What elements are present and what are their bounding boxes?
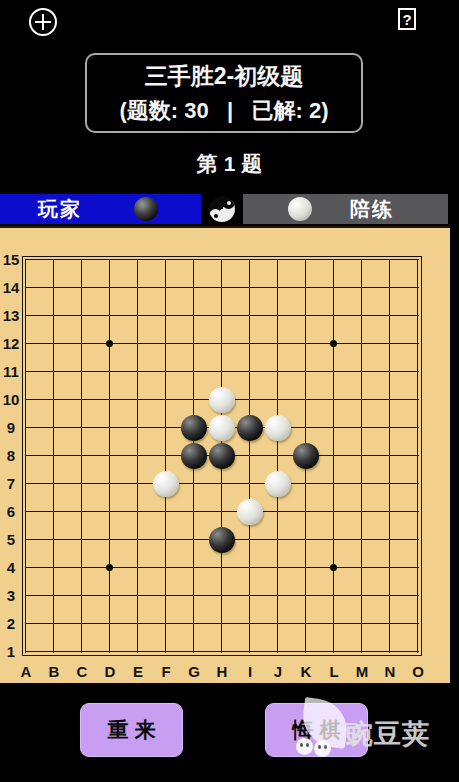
row-label-6: 6: [0, 498, 22, 526]
board-cell-B2[interactable]: [40, 610, 68, 638]
gomoku-board[interactable]: [12, 246, 432, 666]
board-cell-D8[interactable]: [96, 442, 124, 470]
board-cell-D5[interactable]: [96, 526, 124, 554]
board-cell-G3[interactable]: [180, 582, 208, 610]
help-icon[interactable]: ?: [398, 8, 416, 30]
board-cell-M15[interactable]: [348, 246, 376, 274]
board-cell-O15[interactable]: [404, 246, 432, 274]
board-cell-I6[interactable]: [236, 498, 264, 526]
board-cell-L14[interactable]: [320, 274, 348, 302]
white-stone[interactable]: [237, 499, 263, 525]
board-cell-J10[interactable]: [264, 386, 292, 414]
star-point: [106, 340, 113, 347]
board-cell-N15[interactable]: [376, 246, 404, 274]
board-cell-G11[interactable]: [180, 358, 208, 386]
board-cell-O9[interactable]: [404, 414, 432, 442]
board-cell-D2[interactable]: [96, 610, 124, 638]
row-label-2: 2: [0, 610, 22, 638]
board-cell-I13[interactable]: [236, 302, 264, 330]
board-cell-J11[interactable]: [264, 358, 292, 386]
col-label-K: K: [292, 662, 320, 682]
puzzle-stats: (题数: 30 | 已解: 2): [119, 96, 328, 126]
row-label-5: 5: [0, 526, 22, 554]
col-label-L: L: [320, 662, 348, 682]
board-cell-L5[interactable]: [320, 526, 348, 554]
board-cell-J13[interactable]: [264, 302, 292, 330]
board-cell-E11[interactable]: [124, 358, 152, 386]
board-cell-K2[interactable]: [292, 610, 320, 638]
board-cell-I3[interactable]: [236, 582, 264, 610]
board-cell-F9[interactable]: [152, 414, 180, 442]
board-cell-G13[interactable]: [180, 302, 208, 330]
add-icon[interactable]: [29, 8, 57, 36]
puzzle-title-box: 三手胜2-初级题 (题数: 30 | 已解: 2): [85, 53, 363, 133]
board-cell-L13[interactable]: [320, 302, 348, 330]
board-cell-D3[interactable]: [96, 582, 124, 610]
player-bar: 玩家 陪练: [0, 194, 459, 224]
board-cell-L4[interactable]: [320, 554, 348, 582]
board-cell-B9[interactable]: [40, 414, 68, 442]
row-label-9: 9: [0, 414, 22, 442]
board-cell-J5[interactable]: [264, 526, 292, 554]
board-cell-D10[interactable]: [96, 386, 124, 414]
board-cell-F8[interactable]: [152, 442, 180, 470]
board-cell-K3[interactable]: [292, 582, 320, 610]
board-cell-F4[interactable]: [152, 554, 180, 582]
board-cell-H3[interactable]: [208, 582, 236, 610]
board-cell-F13[interactable]: [152, 302, 180, 330]
board-cell-C11[interactable]: [68, 358, 96, 386]
board-cell-E7[interactable]: [124, 470, 152, 498]
board-cell-J2[interactable]: [264, 610, 292, 638]
col-label-E: E: [124, 662, 152, 682]
board-cell-F5[interactable]: [152, 526, 180, 554]
board-cell-E14[interactable]: [124, 274, 152, 302]
board-cell-E15[interactable]: [124, 246, 152, 274]
board-cell-H7[interactable]: [208, 470, 236, 498]
board-cell-N6[interactable]: [376, 498, 404, 526]
board-cell-O6[interactable]: [404, 498, 432, 526]
board-cell-C4[interactable]: [68, 554, 96, 582]
black-stone[interactable]: [181, 443, 207, 469]
board-cell-L3[interactable]: [320, 582, 348, 610]
board-cell-H13[interactable]: [208, 302, 236, 330]
board-cell-L9[interactable]: [320, 414, 348, 442]
board-cell-N11[interactable]: [376, 358, 404, 386]
board-cell-H4[interactable]: [208, 554, 236, 582]
board-cell-G10[interactable]: [180, 386, 208, 414]
board-cell-L2[interactable]: [320, 610, 348, 638]
board-cell-E6[interactable]: [124, 498, 152, 526]
board-cell-O4[interactable]: [404, 554, 432, 582]
board-cell-C7[interactable]: [68, 470, 96, 498]
board-cell-J15[interactable]: [264, 246, 292, 274]
row-label-4: 4: [0, 554, 22, 582]
board-cell-I12[interactable]: [236, 330, 264, 358]
board-cell-I8[interactable]: [236, 442, 264, 470]
board-cell-I15[interactable]: [236, 246, 264, 274]
board-cell-N14[interactable]: [376, 274, 404, 302]
row-label-11: 11: [0, 358, 22, 386]
board-cell-K14[interactable]: [292, 274, 320, 302]
col-label-C: C: [68, 662, 96, 682]
board-cell-J3[interactable]: [264, 582, 292, 610]
col-label-D: D: [96, 662, 124, 682]
board-cell-M4[interactable]: [348, 554, 376, 582]
col-label-G: G: [180, 662, 208, 682]
col-label-J: J: [264, 662, 292, 682]
board-cell-I14[interactable]: [236, 274, 264, 302]
row-label-8: 8: [0, 442, 22, 470]
board-cell-E2[interactable]: [124, 610, 152, 638]
board-cell-D7[interactable]: [96, 470, 124, 498]
col-label-H: H: [208, 662, 236, 682]
board-cell-F10[interactable]: [152, 386, 180, 414]
board-cell-K8[interactable]: [292, 442, 320, 470]
board-cell-F11[interactable]: [152, 358, 180, 386]
board-cell-G9[interactable]: [180, 414, 208, 442]
board-cell-F15[interactable]: [152, 246, 180, 274]
row-label-10: 10: [0, 386, 22, 414]
board-cell-J7[interactable]: [264, 470, 292, 498]
board-cell-C9[interactable]: [68, 414, 96, 442]
board-cell-C15[interactable]: [68, 246, 96, 274]
board-cell-N3[interactable]: [376, 582, 404, 610]
board-cell-D12[interactable]: [96, 330, 124, 358]
board-cell-K13[interactable]: [292, 302, 320, 330]
board-cell-H5[interactable]: [208, 526, 236, 554]
board-cell-H6[interactable]: [208, 498, 236, 526]
problem-number-label: 第 1 题: [0, 150, 459, 178]
col-label-M: M: [348, 662, 376, 682]
board-cell-C13[interactable]: [68, 302, 96, 330]
board-cell-G14[interactable]: [180, 274, 208, 302]
board-cell-I10[interactable]: [236, 386, 264, 414]
board-cell-M2[interactable]: [348, 610, 376, 638]
board-cell-B13[interactable]: [40, 302, 68, 330]
board-cell-O8[interactable]: [404, 442, 432, 470]
row-label-15: 15: [0, 246, 22, 274]
board-cell-D13[interactable]: [96, 302, 124, 330]
board-cell-J14[interactable]: [264, 274, 292, 302]
board-cell-D14[interactable]: [96, 274, 124, 302]
board-cell-G7[interactable]: [180, 470, 208, 498]
board-cell-G8[interactable]: [180, 442, 208, 470]
board-cell-C3[interactable]: [68, 582, 96, 610]
board-cell-D9[interactable]: [96, 414, 124, 442]
board-cell-H8[interactable]: [208, 442, 236, 470]
board-cell-N5[interactable]: [376, 526, 404, 554]
board-cell-N4[interactable]: [376, 554, 404, 582]
board-cell-I5[interactable]: [236, 526, 264, 554]
board-cell-M3[interactable]: [348, 582, 376, 610]
board-cell-K6[interactable]: [292, 498, 320, 526]
board-cell-C5[interactable]: [68, 526, 96, 554]
board-cell-O2[interactable]: [404, 610, 432, 638]
board-cell-G4[interactable]: [180, 554, 208, 582]
app-screen: ? 三手胜2-初级题 (题数: 30 | 已解: 2) 第 1 题 玩家 陪练 …: [0, 0, 459, 782]
board-cell-G12[interactable]: [180, 330, 208, 358]
black-stone[interactable]: [237, 415, 263, 441]
board-cell-K11[interactable]: [292, 358, 320, 386]
board-cell-K9[interactable]: [292, 414, 320, 442]
board-cell-L12[interactable]: [320, 330, 348, 358]
player-label: 玩家: [38, 196, 82, 223]
board-cell-C8[interactable]: [68, 442, 96, 470]
star-point: [106, 564, 113, 571]
board-cell-I2[interactable]: [236, 610, 264, 638]
star-point: [330, 564, 337, 571]
board-cell-D6[interactable]: [96, 498, 124, 526]
board-cell-F14[interactable]: [152, 274, 180, 302]
board-cell-O12[interactable]: [404, 330, 432, 358]
board-cell-J12[interactable]: [264, 330, 292, 358]
trainer-label: 陪练: [350, 196, 394, 223]
board-cell-B12[interactable]: [40, 330, 68, 358]
trainer-white-stone-icon: [288, 197, 312, 221]
board-cell-N13[interactable]: [376, 302, 404, 330]
board-cell-C2[interactable]: [68, 610, 96, 638]
board-cell-G6[interactable]: [180, 498, 208, 526]
board-cell-E5[interactable]: [124, 526, 152, 554]
board-cell-E10[interactable]: [124, 386, 152, 414]
restart-button[interactable]: 重 来: [80, 703, 183, 757]
board-cell-K15[interactable]: [292, 246, 320, 274]
board-cell-O10[interactable]: [404, 386, 432, 414]
board-cell-D4[interactable]: [96, 554, 124, 582]
board-panel: 151413121110987654321 ABCDEFGHIJKLMNO: [0, 226, 450, 683]
board-cell-H9[interactable]: [208, 414, 236, 442]
board-cell-M7[interactable]: [348, 470, 376, 498]
board-cell-E4[interactable]: [124, 554, 152, 582]
board-cell-B8[interactable]: [40, 442, 68, 470]
board-cell-L6[interactable]: [320, 498, 348, 526]
row-label-3: 3: [0, 582, 22, 610]
col-label-A: A: [12, 662, 40, 682]
board-cell-O7[interactable]: [404, 470, 432, 498]
board-cell-M8[interactable]: [348, 442, 376, 470]
board-cell-O13[interactable]: [404, 302, 432, 330]
board-cell-B5[interactable]: [40, 526, 68, 554]
board-cell-L15[interactable]: [320, 246, 348, 274]
black-stone[interactable]: [209, 443, 235, 469]
board-cell-L11[interactable]: [320, 358, 348, 386]
row-label-14: 14: [0, 274, 22, 302]
board-cell-I4[interactable]: [236, 554, 264, 582]
board-cell-F6[interactable]: [152, 498, 180, 526]
board-cell-N10[interactable]: [376, 386, 404, 414]
board-cell-O14[interactable]: [404, 274, 432, 302]
board-cell-G5[interactable]: [180, 526, 208, 554]
board-cell-E3[interactable]: [124, 582, 152, 610]
board-cell-N9[interactable]: [376, 414, 404, 442]
board-cell-H2[interactable]: [208, 610, 236, 638]
board-cell-L8[interactable]: [320, 442, 348, 470]
undo-button[interactable]: 悔 棋: [265, 703, 368, 757]
board-cell-M13[interactable]: [348, 302, 376, 330]
board-cell-D11[interactable]: [96, 358, 124, 386]
black-stone[interactable]: [209, 527, 235, 553]
board-cell-H14[interactable]: [208, 274, 236, 302]
yin-yang-swap-icon[interactable]: [209, 196, 235, 222]
black-stone[interactable]: [181, 415, 207, 441]
board-cell-K5[interactable]: [292, 526, 320, 554]
board-cell-H15[interactable]: [208, 246, 236, 274]
board-cell-E13[interactable]: [124, 302, 152, 330]
board-cell-N8[interactable]: [376, 442, 404, 470]
board-cell-N7[interactable]: [376, 470, 404, 498]
board-cell-M10[interactable]: [348, 386, 376, 414]
board-cell-E12[interactable]: [124, 330, 152, 358]
white-stone[interactable]: [265, 471, 291, 497]
col-label-O: O: [404, 662, 432, 682]
board-cell-F12[interactable]: [152, 330, 180, 358]
board-cell-O5[interactable]: [404, 526, 432, 554]
board-cell-K7[interactable]: [292, 470, 320, 498]
white-stone[interactable]: [265, 415, 291, 441]
board-cell-M12[interactable]: [348, 330, 376, 358]
board-cell-J6[interactable]: [264, 498, 292, 526]
board-cell-C6[interactable]: [68, 498, 96, 526]
player-black-stone-icon: [134, 197, 158, 221]
board-cell-K12[interactable]: [292, 330, 320, 358]
star-point: [330, 340, 337, 347]
board-cell-B7[interactable]: [40, 470, 68, 498]
board-cell-J4[interactable]: [264, 554, 292, 582]
board-cell-L10[interactable]: [320, 386, 348, 414]
row-label-12: 12: [0, 330, 22, 358]
board-cell-K4[interactable]: [292, 554, 320, 582]
board-cell-I11[interactable]: [236, 358, 264, 386]
board-cell-G2[interactable]: [180, 610, 208, 638]
white-stone[interactable]: [153, 471, 179, 497]
board-cell-B14[interactable]: [40, 274, 68, 302]
board-cell-C10[interactable]: [68, 386, 96, 414]
board-cell-G15[interactable]: [180, 246, 208, 274]
board-cell-F3[interactable]: [152, 582, 180, 610]
board-cell-B15[interactable]: [40, 246, 68, 274]
board-cell-B3[interactable]: [40, 582, 68, 610]
board-cell-C12[interactable]: [68, 330, 96, 358]
board-cell-F7[interactable]: [152, 470, 180, 498]
board-cell-B10[interactable]: [40, 386, 68, 414]
board-cell-H11[interactable]: [208, 358, 236, 386]
board-cell-M9[interactable]: [348, 414, 376, 442]
board-cell-C14[interactable]: [68, 274, 96, 302]
board-cell-N2[interactable]: [376, 610, 404, 638]
board-cell-H12[interactable]: [208, 330, 236, 358]
board-cell-O11[interactable]: [404, 358, 432, 386]
board-cell-I9[interactable]: [236, 414, 264, 442]
board-cell-L7[interactable]: [320, 470, 348, 498]
board-cell-K10[interactable]: [292, 386, 320, 414]
col-label-I: I: [236, 662, 264, 682]
white-stone[interactable]: [209, 387, 235, 413]
board-cell-M5[interactable]: [348, 526, 376, 554]
col-label-B: B: [40, 662, 68, 682]
board-cell-O3[interactable]: [404, 582, 432, 610]
board-cell-B4[interactable]: [40, 554, 68, 582]
black-stone[interactable]: [293, 443, 319, 469]
board-cell-M14[interactable]: [348, 274, 376, 302]
board-cell-M11[interactable]: [348, 358, 376, 386]
board-cell-J9[interactable]: [264, 414, 292, 442]
row-label-7: 7: [0, 470, 22, 498]
board-cell-F2[interactable]: [152, 610, 180, 638]
row-label-13: 13: [0, 302, 22, 330]
board-cell-N12[interactable]: [376, 330, 404, 358]
board-cell-H10[interactable]: [208, 386, 236, 414]
board-cell-D15[interactable]: [96, 246, 124, 274]
board-cell-I7[interactable]: [236, 470, 264, 498]
player-side-segment[interactable]: 玩家: [0, 194, 201, 224]
board-cell-B11[interactable]: [40, 358, 68, 386]
board-cell-J8[interactable]: [264, 442, 292, 470]
board-cell-B6[interactable]: [40, 498, 68, 526]
board-cell-E9[interactable]: [124, 414, 152, 442]
board-cell-E8[interactable]: [124, 442, 152, 470]
white-stone[interactable]: [209, 415, 235, 441]
col-label-N: N: [376, 662, 404, 682]
puzzle-title: 三手胜2-初级题: [145, 61, 303, 92]
col-label-F: F: [152, 662, 180, 682]
board-cell-M6[interactable]: [348, 498, 376, 526]
trainer-side-segment[interactable]: 陪练: [243, 194, 448, 224]
